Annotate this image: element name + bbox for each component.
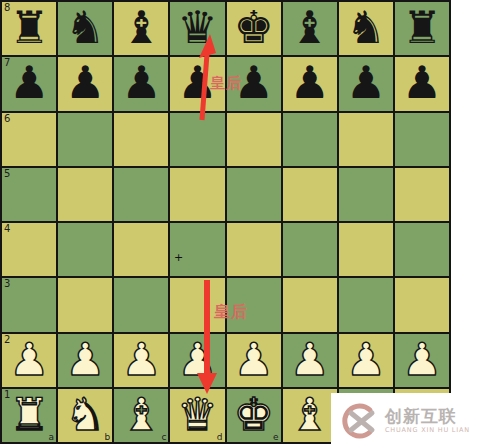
square-e4[interactable] <box>227 223 281 276</box>
square-f4[interactable] <box>283 223 337 276</box>
square-a3[interactable]: 3 <box>2 278 56 331</box>
square-f6[interactable] <box>283 113 337 166</box>
piece-black-pawn: ♟ <box>121 60 161 105</box>
square-e7[interactable]: ♟ <box>227 57 281 110</box>
square-g4[interactable] <box>339 223 393 276</box>
piece-black-pawn: ♟ <box>346 60 386 105</box>
square-e2[interactable]: ♟ <box>227 334 281 387</box>
square-a7[interactable]: 7♟ <box>2 57 56 110</box>
square-f7[interactable]: ♟ <box>283 57 337 110</box>
square-c2[interactable]: ♟ <box>114 334 168 387</box>
piece-black-king: ♚ <box>233 5 273 50</box>
piece-black-pawn: ♟ <box>65 60 105 105</box>
file-label-e: e <box>273 433 279 442</box>
square-d2[interactable]: ♟ <box>170 334 224 387</box>
square-b5[interactable] <box>58 168 112 221</box>
square-e6[interactable] <box>227 113 281 166</box>
file-label-d: d <box>217 433 223 442</box>
piece-white-pawn: ♟ <box>346 337 386 382</box>
square-c3[interactable] <box>114 278 168 331</box>
square-c6[interactable] <box>114 113 168 166</box>
piece-black-knight: ♞ <box>346 5 386 50</box>
square-b8[interactable]: ♞ <box>58 2 112 55</box>
watermark-subtext: CHUANG XIN HU LIAN <box>385 426 470 434</box>
page: 8♜♞♝♛♚♝♞♜7♟♟♟♟♟♟♟♟65432♟♟♟♟♟♟♟♟1a♜b♞c♝d♛… <box>0 0 478 448</box>
piece-black-queen: ♛ <box>177 5 217 50</box>
square-f8[interactable]: ♝ <box>283 2 337 55</box>
square-d5[interactable] <box>170 168 224 221</box>
square-g3[interactable] <box>339 278 393 331</box>
piece-black-pawn: ♟ <box>233 60 273 105</box>
piece-black-bishop: ♝ <box>290 5 330 50</box>
square-b2[interactable]: ♟ <box>58 334 112 387</box>
square-h4[interactable] <box>395 223 449 276</box>
rank-label-5: 5 <box>4 168 10 179</box>
square-g8[interactable]: ♞ <box>339 2 393 55</box>
square-a4[interactable]: 4 <box>2 223 56 276</box>
piece-white-pawn: ♟ <box>290 337 330 382</box>
square-b4[interactable] <box>58 223 112 276</box>
square-h2[interactable]: ♟ <box>395 334 449 387</box>
piece-white-pawn: ♟ <box>233 337 273 382</box>
piece-white-pawn: ♟ <box>177 337 217 382</box>
piece-white-pawn: ♟ <box>9 337 49 382</box>
square-d3[interactable] <box>170 278 224 331</box>
square-a6[interactable]: 6 <box>2 113 56 166</box>
rank-label-6: 6 <box>4 113 10 124</box>
square-g7[interactable]: ♟ <box>339 57 393 110</box>
square-f3[interactable] <box>283 278 337 331</box>
square-c1[interactable]: c♝ <box>114 389 168 442</box>
square-a5[interactable]: 5 <box>2 168 56 221</box>
square-a8[interactable]: 8♜ <box>2 2 56 55</box>
square-d4[interactable] <box>170 223 224 276</box>
rank-label-3: 3 <box>4 278 10 289</box>
piece-black-knight: ♞ <box>65 5 105 50</box>
piece-black-bishop: ♝ <box>121 5 161 50</box>
square-c4[interactable] <box>114 223 168 276</box>
cx-logo-icon <box>341 402 379 440</box>
square-a1[interactable]: 1a♜ <box>2 389 56 442</box>
square-f2[interactable]: ♟ <box>283 334 337 387</box>
square-c8[interactable]: ♝ <box>114 2 168 55</box>
square-d7[interactable]: ♟ <box>170 57 224 110</box>
file-label-c: c <box>161 433 166 442</box>
piece-black-pawn: ♟ <box>290 60 330 105</box>
square-g2[interactable]: ♟ <box>339 334 393 387</box>
file-label-b: b <box>105 433 111 442</box>
piece-black-pawn: ♟ <box>177 60 217 105</box>
square-d1[interactable]: d♛ <box>170 389 224 442</box>
square-h3[interactable] <box>395 278 449 331</box>
piece-white-bishop: ♝ <box>121 392 161 437</box>
watermark-brand: 创新互联 <box>385 407 470 426</box>
square-b7[interactable]: ♟ <box>58 57 112 110</box>
square-e8[interactable]: ♚ <box>227 2 281 55</box>
square-g5[interactable] <box>339 168 393 221</box>
square-b3[interactable] <box>58 278 112 331</box>
square-a2[interactable]: 2♟ <box>2 334 56 387</box>
square-f1[interactable]: f♝ <box>283 389 337 442</box>
square-c7[interactable]: ♟ <box>114 57 168 110</box>
piece-black-rook: ♜ <box>402 5 442 50</box>
square-h8[interactable]: ♜ <box>395 2 449 55</box>
watermark: 创新互联 CHUANG XIN HU LIAN <box>331 393 478 448</box>
piece-white-rook: ♜ <box>9 392 49 437</box>
square-h7[interactable]: ♟ <box>395 57 449 110</box>
file-label-a: a <box>49 433 55 442</box>
square-g6[interactable] <box>339 113 393 166</box>
square-d8[interactable]: ♛ <box>170 2 224 55</box>
square-e5[interactable] <box>227 168 281 221</box>
piece-black-pawn: ♟ <box>402 60 442 105</box>
piece-white-pawn: ♟ <box>402 337 442 382</box>
square-h5[interactable] <box>395 168 449 221</box>
square-e3[interactable] <box>227 278 281 331</box>
piece-white-king: ♚ <box>233 392 273 437</box>
piece-white-pawn: ♟ <box>65 337 105 382</box>
square-c5[interactable] <box>114 168 168 221</box>
square-f5[interactable] <box>283 168 337 221</box>
piece-white-pawn: ♟ <box>121 337 161 382</box>
piece-white-queen: ♛ <box>177 392 217 437</box>
piece-black-pawn: ♟ <box>9 60 49 105</box>
chess-board: 8♜♞♝♛♚♝♞♜7♟♟♟♟♟♟♟♟65432♟♟♟♟♟♟♟♟1a♜b♞c♝d♛… <box>0 0 451 444</box>
piece-white-knight: ♞ <box>65 392 105 437</box>
square-d6[interactable] <box>170 113 224 166</box>
piece-black-rook: ♜ <box>9 5 49 50</box>
rank-label-4: 4 <box>4 223 10 234</box>
piece-white-bishop: ♝ <box>290 392 330 437</box>
square-e1[interactable]: e♚ <box>227 389 281 442</box>
square-b6[interactable] <box>58 113 112 166</box>
square-b1[interactable]: b♞ <box>58 389 112 442</box>
square-h6[interactable] <box>395 113 449 166</box>
